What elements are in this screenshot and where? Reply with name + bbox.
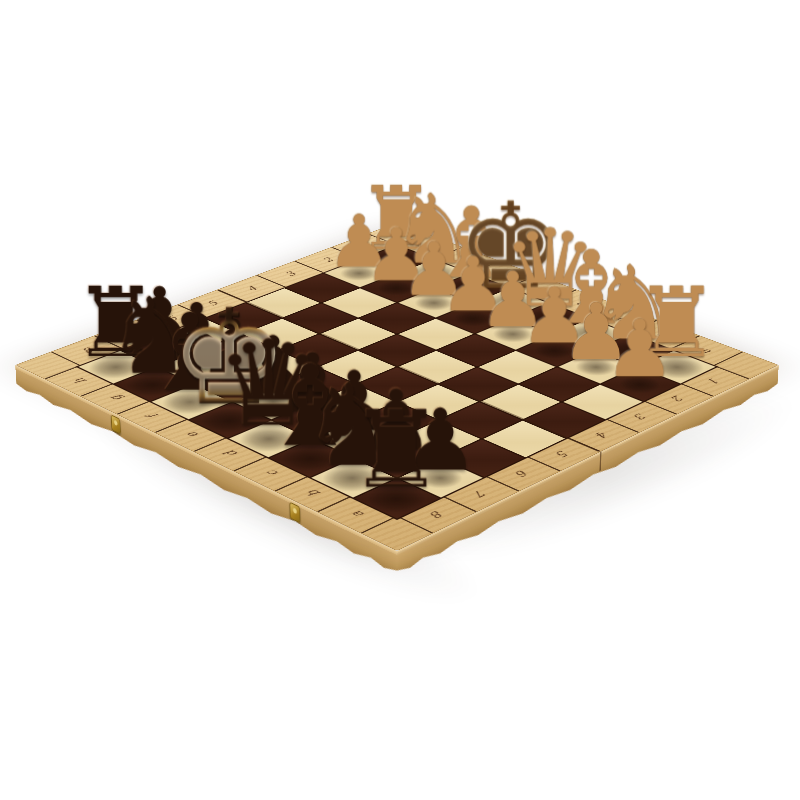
brass-clasp — [111, 414, 121, 434]
pawn-glyph: ♟ — [604, 309, 675, 388]
coordinate-label: 1 — [703, 376, 723, 384]
rook-glyph: ♜ — [348, 396, 444, 503]
coordinate-label: 6 — [511, 468, 532, 478]
coordinate-label: a — [347, 509, 368, 519]
coordinate-label: 8 — [425, 509, 447, 519]
coordinate-label: 3 — [281, 270, 299, 277]
coordinate-label: h — [71, 376, 91, 384]
coordinate-label: d — [221, 449, 242, 458]
coordinate-label: f — [145, 412, 163, 420]
coordinate-label: c — [262, 468, 283, 477]
coordinate-label: e — [182, 430, 203, 439]
coordinate-label: 7 — [469, 488, 491, 498]
coordinate-label: 4 — [591, 430, 612, 439]
board-frame: hgfedcba hgfedcba 12345678 12345678 ♜♞♝♚… — [15, 223, 779, 552]
square-d3 — [438, 334, 514, 366]
chess-board: hgfedcba hgfedcba 12345678 12345678 ♜♞♝♚… — [15, 223, 779, 552]
board-grid: ♜♞♝♚♛♝♞♜♟♟♟♟♟♟♟♟♟♟♟♟♟♟♟♟♜♞♝♚♛♝♞♜ — [75, 244, 718, 520]
coordinate-label: 2 — [667, 394, 688, 403]
coordinate-label: b — [304, 488, 326, 498]
coordinate-label: 3 — [629, 411, 650, 420]
edge-seam-groove — [599, 451, 601, 471]
coordinate-label: 5 — [551, 449, 572, 458]
brass-clasp — [290, 502, 301, 524]
square-a2: ♟ — [601, 367, 679, 401]
product-photo-scene: hgfedcba hgfedcba 12345678 12345678 ♜♞♝♚… — [127, 95, 667, 635]
coordinate-label: g — [107, 394, 128, 403]
